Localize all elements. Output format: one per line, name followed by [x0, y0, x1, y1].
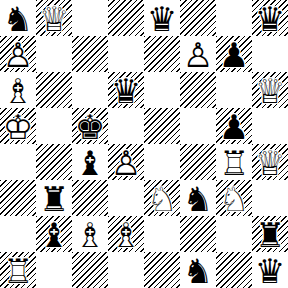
- square-f7[interactable]: ♟♙: [180, 36, 216, 72]
- square-b4[interactable]: [36, 144, 72, 180]
- piece-black-pawn[interactable]: ♟♟: [216, 108, 252, 144]
- square-b7[interactable]: [36, 36, 72, 72]
- square-h7[interactable]: [252, 36, 288, 72]
- square-f8[interactable]: [180, 0, 216, 36]
- piece-black-bishop[interactable]: ♝♝: [36, 216, 72, 252]
- chess-board: ♞♞♛♕♛♛♛♛♟♙♟♙♟♟♝♗♛♛♛♕♚♔♚♚♟♟♝♝♟♙♜♖♛♕♜♜♞♘♞♞…: [0, 0, 288, 288]
- piece-glyph: ♕: [252, 72, 288, 108]
- square-f1[interactable]: ♞♞: [180, 252, 216, 288]
- piece-black-knight[interactable]: ♞♞: [0, 0, 36, 36]
- piece-glyph: ♗: [108, 216, 144, 252]
- piece-glyph: ♝: [36, 216, 72, 252]
- square-a5[interactable]: ♚♔: [0, 108, 36, 144]
- square-g7[interactable]: ♟♟: [216, 36, 252, 72]
- square-h2[interactable]: ♜♜: [252, 216, 288, 252]
- piece-glyph: ♕: [36, 0, 72, 36]
- piece-glyph: ♜: [252, 216, 288, 252]
- square-h6[interactable]: ♛♕: [252, 72, 288, 108]
- piece-white-rook[interactable]: ♜♖: [0, 252, 36, 288]
- square-e6[interactable]: [144, 72, 180, 108]
- piece-glyph: ♝: [72, 144, 108, 180]
- square-d8[interactable]: [108, 0, 144, 36]
- piece-glyph: ♞: [180, 180, 216, 216]
- piece-glyph: ♘: [144, 180, 180, 216]
- piece-white-knight[interactable]: ♞♘: [144, 180, 180, 216]
- square-f4[interactable]: [180, 144, 216, 180]
- piece-white-pawn[interactable]: ♟♙: [0, 36, 36, 72]
- square-e8[interactable]: ♛♛: [144, 0, 180, 36]
- square-a1[interactable]: ♜♖: [0, 252, 36, 288]
- square-e7[interactable]: [144, 36, 180, 72]
- piece-black-queen[interactable]: ♛♛: [252, 0, 288, 36]
- square-b6[interactable]: [36, 72, 72, 108]
- piece-white-queen[interactable]: ♛♕: [252, 144, 288, 180]
- square-g2[interactable]: [216, 216, 252, 252]
- square-c2[interactable]: ♝♗: [72, 216, 108, 252]
- piece-black-queen[interactable]: ♛♛: [144, 0, 180, 36]
- piece-glyph: ♜: [36, 180, 72, 216]
- square-f5[interactable]: [180, 108, 216, 144]
- square-a4[interactable]: [0, 144, 36, 180]
- piece-glyph: ♖: [216, 144, 252, 180]
- piece-glyph: ♞: [0, 0, 36, 36]
- piece-white-bishop[interactable]: ♝♗: [0, 72, 36, 108]
- piece-black-knight[interactable]: ♞♞: [180, 252, 216, 288]
- square-d7[interactable]: [108, 36, 144, 72]
- square-c7[interactable]: [72, 36, 108, 72]
- piece-glyph: ♛: [108, 72, 144, 108]
- square-e5[interactable]: [144, 108, 180, 144]
- piece-glyph: ♔: [0, 108, 36, 144]
- square-a2[interactable]: [0, 216, 36, 252]
- square-c4[interactable]: ♝♝: [72, 144, 108, 180]
- square-g3[interactable]: ♞♘: [216, 180, 252, 216]
- square-e2[interactable]: [144, 216, 180, 252]
- piece-white-queen[interactable]: ♛♕: [36, 0, 72, 36]
- square-f6[interactable]: [180, 72, 216, 108]
- square-a3[interactable]: [0, 180, 36, 216]
- piece-white-knight[interactable]: ♞♘: [216, 180, 252, 216]
- square-d4[interactable]: ♟♙: [108, 144, 144, 180]
- square-e4[interactable]: [144, 144, 180, 180]
- piece-black-queen[interactable]: ♛♛: [108, 72, 144, 108]
- square-b1[interactable]: [36, 252, 72, 288]
- piece-glyph: ♛: [144, 0, 180, 36]
- square-d5[interactable]: [108, 108, 144, 144]
- piece-black-rook[interactable]: ♜♜: [252, 216, 288, 252]
- piece-white-bishop[interactable]: ♝♗: [108, 216, 144, 252]
- square-d3[interactable]: [108, 180, 144, 216]
- piece-white-pawn[interactable]: ♟♙: [108, 144, 144, 180]
- square-g8[interactable]: [216, 0, 252, 36]
- square-g4[interactable]: ♜♖: [216, 144, 252, 180]
- piece-black-knight[interactable]: ♞♞: [180, 180, 216, 216]
- piece-glyph: ♚: [72, 108, 108, 144]
- square-a7[interactable]: ♟♙: [0, 36, 36, 72]
- piece-white-king[interactable]: ♚♔: [0, 108, 36, 144]
- piece-glyph: ♖: [0, 252, 36, 288]
- piece-black-bishop[interactable]: ♝♝: [72, 144, 108, 180]
- piece-black-rook[interactable]: ♜♜: [36, 180, 72, 216]
- piece-white-bishop[interactable]: ♝♗: [72, 216, 108, 252]
- square-c6[interactable]: [72, 72, 108, 108]
- square-f3[interactable]: ♞♞: [180, 180, 216, 216]
- square-b2[interactable]: ♝♝: [36, 216, 72, 252]
- square-b5[interactable]: [36, 108, 72, 144]
- piece-black-queen[interactable]: ♛♛: [252, 252, 288, 288]
- piece-white-rook[interactable]: ♜♖: [216, 144, 252, 180]
- square-b3[interactable]: ♜♜: [36, 180, 72, 216]
- square-e3[interactable]: ♞♘: [144, 180, 180, 216]
- square-h1[interactable]: ♛♛: [252, 252, 288, 288]
- piece-glyph: ♟: [216, 108, 252, 144]
- piece-glyph: ♟: [216, 36, 252, 72]
- square-d6[interactable]: ♛♛: [108, 72, 144, 108]
- square-h4[interactable]: ♛♕: [252, 144, 288, 180]
- piece-white-queen[interactable]: ♛♕: [252, 72, 288, 108]
- square-c8[interactable]: [72, 0, 108, 36]
- piece-glyph: ♕: [252, 144, 288, 180]
- piece-glyph: ♘: [216, 180, 252, 216]
- piece-glyph: ♙: [180, 36, 216, 72]
- piece-black-king[interactable]: ♚♚: [72, 108, 108, 144]
- piece-glyph: ♛: [252, 0, 288, 36]
- square-c1[interactable]: [72, 252, 108, 288]
- piece-glyph: ♛: [252, 252, 288, 288]
- square-d1[interactable]: [108, 252, 144, 288]
- piece-glyph: ♙: [108, 144, 144, 180]
- square-b8[interactable]: ♛♕: [36, 0, 72, 36]
- square-d2[interactable]: ♝♗: [108, 216, 144, 252]
- square-c3[interactable]: [72, 180, 108, 216]
- piece-glyph: ♗: [0, 72, 36, 108]
- square-h3[interactable]: [252, 180, 288, 216]
- square-e1[interactable]: [144, 252, 180, 288]
- square-f2[interactable]: [180, 216, 216, 252]
- square-a6[interactable]: ♝♗: [0, 72, 36, 108]
- piece-black-pawn[interactable]: ♟♟: [216, 36, 252, 72]
- square-a8[interactable]: ♞♞: [0, 0, 36, 36]
- square-h5[interactable]: [252, 108, 288, 144]
- piece-glyph: ♗: [72, 216, 108, 252]
- square-c5[interactable]: ♚♚: [72, 108, 108, 144]
- square-g5[interactable]: ♟♟: [216, 108, 252, 144]
- piece-white-pawn[interactable]: ♟♙: [180, 36, 216, 72]
- square-h8[interactable]: ♛♛: [252, 0, 288, 36]
- piece-glyph: ♙: [0, 36, 36, 72]
- square-g6[interactable]: [216, 72, 252, 108]
- square-g1[interactable]: [216, 252, 252, 288]
- piece-glyph: ♞: [180, 252, 216, 288]
